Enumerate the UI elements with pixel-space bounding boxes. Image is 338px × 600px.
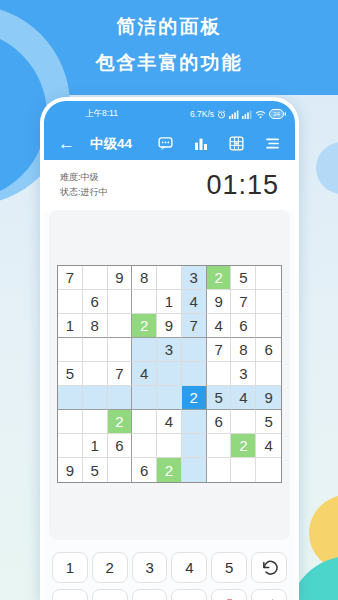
- cell-r6c2[interactable]: [83, 386, 108, 410]
- cell-r9c1[interactable]: 9: [58, 458, 83, 482]
- cell-r7c8[interactable]: [231, 410, 256, 434]
- cell-r7c9[interactable]: 5: [256, 410, 281, 434]
- cell-r1c3[interactable]: 9: [108, 266, 133, 290]
- cell-r1c7[interactable]: 2: [207, 266, 232, 290]
- digit-button-3[interactable]: 3: [132, 552, 168, 583]
- cell-r1c9[interactable]: [256, 266, 281, 290]
- bar-chart-icon[interactable]: [193, 136, 209, 152]
- digit-button-4[interactable]: 4: [171, 552, 207, 583]
- back-button[interactable]: ←: [58, 135, 75, 152]
- cell-r7c2[interactable]: [83, 410, 108, 434]
- cell-r7c1[interactable]: [58, 410, 83, 434]
- comment-icon[interactable]: [157, 135, 174, 152]
- sudoku-board[interactable]: 7983256149718297463786574325492465162495…: [57, 265, 282, 483]
- cell-r2c6[interactable]: 4: [182, 290, 207, 314]
- cell-r6c6[interactable]: 2: [182, 386, 207, 410]
- cell-r7c3[interactable]: 2: [108, 410, 133, 434]
- cell-r3c6[interactable]: 7: [182, 314, 207, 338]
- cell-r2c5[interactable]: 1: [157, 290, 182, 314]
- grid-icon[interactable]: [228, 135, 245, 152]
- cell-r6c8[interactable]: 4: [231, 386, 256, 410]
- cell-r3c1[interactable]: 1: [58, 314, 83, 338]
- number-pad: 12345 6789: [44, 540, 295, 600]
- cell-r8c9[interactable]: 4: [256, 434, 281, 458]
- digit-button-5[interactable]: 5: [211, 552, 247, 583]
- cell-r6c7[interactable]: 5: [207, 386, 232, 410]
- cell-r2c8[interactable]: 7: [231, 290, 256, 314]
- digit-button-9[interactable]: 9: [171, 589, 207, 600]
- digit-button-8[interactable]: 8: [132, 589, 168, 600]
- signal-icon: [229, 110, 239, 119]
- cell-r5c3[interactable]: 7: [108, 362, 133, 386]
- cell-r9c4[interactable]: 6: [132, 458, 157, 482]
- cell-r2c2[interactable]: 6: [83, 290, 108, 314]
- difficulty-label: 难度:中级: [60, 170, 108, 185]
- cell-r1c8[interactable]: 5: [231, 266, 256, 290]
- cell-r7c5[interactable]: 4: [157, 410, 182, 434]
- cell-r5c5[interactable]: [157, 362, 182, 386]
- status-bar: 上午8:11 6.7K/s 24: [44, 101, 295, 127]
- cell-r3c4[interactable]: 2: [132, 314, 157, 338]
- status-time: 上午8:11: [85, 108, 118, 120]
- cell-r6c1[interactable]: [58, 386, 83, 410]
- undo-icon: [261, 560, 278, 575]
- cell-r8c6[interactable]: [182, 434, 207, 458]
- cell-r3c8[interactable]: 6: [231, 314, 256, 338]
- cell-r3c9[interactable]: [256, 314, 281, 338]
- pencil-button[interactable]: [251, 589, 287, 600]
- net-speed: 6.7K/s: [190, 109, 214, 119]
- cell-r2c1[interactable]: [58, 290, 83, 314]
- cell-r5c7[interactable]: [207, 362, 232, 386]
- game-info-bar: 难度:中级 状态:进行中 01:15: [44, 160, 295, 210]
- svg-text:24: 24: [273, 111, 280, 117]
- cell-r7c6[interactable]: [182, 410, 207, 434]
- alarm-icon: [217, 110, 226, 119]
- status-label: 状态:进行中: [60, 185, 108, 200]
- cell-r9c2[interactable]: 5: [83, 458, 108, 482]
- cell-r9c8[interactable]: [231, 458, 256, 482]
- undo-button[interactable]: [251, 552, 287, 583]
- cell-r1c5[interactable]: [157, 266, 182, 290]
- cell-r2c7[interactable]: 9: [207, 290, 232, 314]
- trash-button[interactable]: [211, 589, 247, 600]
- cell-r8c4[interactable]: [132, 434, 157, 458]
- cell-r6c4[interactable]: [132, 386, 157, 410]
- cell-r5c6[interactable]: [182, 362, 207, 386]
- cell-r6c9[interactable]: 9: [256, 386, 281, 410]
- cell-r8c2[interactable]: 1: [83, 434, 108, 458]
- signal-icon-2: [242, 110, 252, 119]
- app-bar: ← 中级44: [44, 127, 295, 160]
- cell-r9c9[interactable]: [256, 458, 281, 482]
- cell-r5c4[interactable]: 4: [132, 362, 157, 386]
- cell-r2c9[interactable]: [256, 290, 281, 314]
- cell-r1c4[interactable]: 8: [132, 266, 157, 290]
- digit-button-2[interactable]: 2: [92, 552, 128, 583]
- menu-icon[interactable]: [264, 136, 281, 151]
- cell-r5c1[interactable]: 5: [58, 362, 83, 386]
- cell-r8c1[interactable]: [58, 434, 83, 458]
- cell-r1c2[interactable]: [83, 266, 108, 290]
- cell-r2c3[interactable]: [108, 290, 133, 314]
- cell-r3c3[interactable]: [108, 314, 133, 338]
- cell-r7c7[interactable]: 6: [207, 410, 232, 434]
- cell-r5c9[interactable]: [256, 362, 281, 386]
- cell-r3c7[interactable]: 4: [207, 314, 232, 338]
- cell-r8c5[interactable]: [157, 434, 182, 458]
- cell-r6c5[interactable]: [157, 386, 182, 410]
- cell-r9c6[interactable]: [182, 458, 207, 482]
- cell-r9c3[interactable]: [108, 458, 133, 482]
- cell-r1c6[interactable]: 3: [182, 266, 207, 290]
- cell-r9c7[interactable]: [207, 458, 232, 482]
- cell-r5c2[interactable]: [83, 362, 108, 386]
- cell-r7c4[interactable]: [132, 410, 157, 434]
- decor-circle-right: [316, 142, 338, 194]
- cell-r4c8[interactable]: 8: [231, 338, 256, 362]
- digit-button-7[interactable]: 7: [92, 589, 128, 600]
- hero-line2: 包含丰富的功能: [0, 50, 338, 76]
- cell-r5c8[interactable]: 3: [231, 362, 256, 386]
- phone-mockup: 上午8:11 6.7K/s 24: [40, 97, 299, 600]
- timer: 01:15: [206, 170, 279, 201]
- cell-r4c2[interactable]: [83, 338, 108, 362]
- digit-button-1[interactable]: 1: [52, 552, 88, 583]
- cell-r9c5[interactable]: 2: [157, 458, 182, 482]
- cell-r4c3[interactable]: [108, 338, 133, 362]
- cell-r4c4[interactable]: [132, 338, 157, 362]
- cell-r6c3[interactable]: [108, 386, 133, 410]
- cell-r3c2[interactable]: 8: [83, 314, 108, 338]
- digit-button-6[interactable]: 6: [52, 589, 88, 600]
- cell-r8c8[interactable]: 2: [231, 434, 256, 458]
- screen: 简洁的面板 包含丰富的功能 上午8:11 6.7K/s: [0, 0, 338, 600]
- board-panel: 7983256149718297463786574325492465162495…: [49, 210, 290, 540]
- cell-r4c6[interactable]: [182, 338, 207, 362]
- hero-text: 简洁的面板 包含丰富的功能: [0, 0, 338, 76]
- cell-r4c1[interactable]: [58, 338, 83, 362]
- cell-r4c5[interactable]: 3: [157, 338, 182, 362]
- cell-r4c7[interactable]: 7: [207, 338, 232, 362]
- cell-r4c9[interactable]: 6: [256, 338, 281, 362]
- battery-icon: 24: [269, 109, 286, 119]
- page-title: 中级44: [90, 135, 132, 153]
- hero-line1: 简洁的面板: [0, 14, 338, 40]
- wifi-icon: [255, 110, 266, 119]
- cell-r2c4[interactable]: [132, 290, 157, 314]
- cell-r1c1[interactable]: 7: [58, 266, 83, 290]
- cell-r8c7[interactable]: [207, 434, 232, 458]
- cell-r3c5[interactable]: 9: [157, 314, 182, 338]
- cell-r8c3[interactable]: 6: [108, 434, 133, 458]
